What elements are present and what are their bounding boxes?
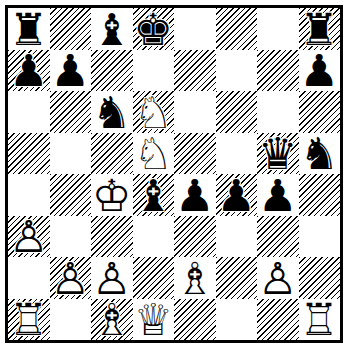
piece-black-pawn-b7: ♟ bbox=[50, 51, 92, 93]
square-g6[interactable] bbox=[257, 91, 299, 133]
piece-black-pawn-f4: ♟ bbox=[216, 175, 258, 217]
piece-white-pawn-g2: ♙ bbox=[257, 258, 299, 300]
piece-black-pawn-g4: ♟ bbox=[257, 175, 299, 217]
chess-board-frame: ♜♜♝♝♚♚♜♜♟♟♟♟♟♟♞♞♞♘♞♘♛♛♞♞♚♔♝♝♟♟♟♟♟♟♟♙♟♙♟♙… bbox=[5, 5, 343, 343]
piece-black-pawn-a7: ♟ bbox=[8, 51, 50, 93]
piece-fill-white-knight-d6: ♞ bbox=[133, 92, 175, 134]
piece-black-knight-h5: ♞ bbox=[299, 134, 341, 176]
square-g8[interactable] bbox=[257, 8, 299, 50]
piece-fill-black-bishop-c8: ♝ bbox=[91, 9, 133, 51]
piece-fill-white-pawn-g2: ♟ bbox=[257, 258, 299, 300]
piece-fill-white-queen-d1: ♛ bbox=[133, 300, 175, 342]
square-f1[interactable] bbox=[216, 299, 258, 341]
square-a5[interactable] bbox=[8, 133, 50, 175]
piece-fill-black-rook-h8: ♜ bbox=[299, 9, 341, 51]
square-a2[interactable] bbox=[8, 257, 50, 299]
piece-black-pawn-h7: ♟ bbox=[299, 51, 341, 93]
square-h2[interactable] bbox=[299, 257, 341, 299]
square-f5[interactable] bbox=[216, 133, 258, 175]
piece-fill-black-knight-h5: ♞ bbox=[299, 134, 341, 176]
piece-fill-black-queen-g5: ♛ bbox=[257, 134, 299, 176]
square-f2[interactable] bbox=[216, 257, 258, 299]
square-a1[interactable]: ♜♖ bbox=[8, 299, 50, 341]
square-d8[interactable]: ♚♚ bbox=[133, 8, 175, 50]
piece-black-rook-h8: ♜ bbox=[299, 9, 341, 51]
square-d7[interactable] bbox=[133, 50, 175, 92]
piece-black-bishop-d4: ♝ bbox=[133, 175, 175, 217]
piece-fill-black-pawn-e4: ♟ bbox=[174, 175, 216, 217]
square-f3[interactable] bbox=[216, 216, 258, 258]
piece-fill-white-bishop-c1: ♝ bbox=[91, 300, 133, 342]
piece-fill-white-bishop-e2: ♝ bbox=[174, 258, 216, 300]
square-b1[interactable] bbox=[50, 299, 92, 341]
square-c1[interactable]: ♝♗ bbox=[91, 299, 133, 341]
piece-fill-black-rook-a8: ♜ bbox=[8, 9, 50, 51]
square-c2[interactable]: ♟♙ bbox=[91, 257, 133, 299]
chess-board: ♜♜♝♝♚♚♜♜♟♟♟♟♟♟♞♞♞♘♞♘♛♛♞♞♚♔♝♝♟♟♟♟♟♟♟♙♟♙♟♙… bbox=[8, 8, 340, 340]
piece-fill-black-pawn-f4: ♟ bbox=[216, 175, 258, 217]
square-h6[interactable] bbox=[299, 91, 341, 133]
square-h3[interactable] bbox=[299, 216, 341, 258]
piece-black-knight-c6: ♞ bbox=[91, 92, 133, 134]
square-a7[interactable]: ♟♟ bbox=[8, 50, 50, 92]
square-f8[interactable] bbox=[216, 8, 258, 50]
square-a6[interactable] bbox=[8, 91, 50, 133]
square-b8[interactable] bbox=[50, 8, 92, 50]
piece-fill-white-king-c4: ♚ bbox=[91, 175, 133, 217]
square-c5[interactable] bbox=[91, 133, 133, 175]
square-d2[interactable] bbox=[133, 257, 175, 299]
square-b4[interactable] bbox=[50, 174, 92, 216]
square-b6[interactable] bbox=[50, 91, 92, 133]
square-c6[interactable]: ♞♞ bbox=[91, 91, 133, 133]
square-c3[interactable] bbox=[91, 216, 133, 258]
square-g4[interactable]: ♟♟ bbox=[257, 174, 299, 216]
square-e5[interactable] bbox=[174, 133, 216, 175]
piece-black-bishop-c8: ♝ bbox=[91, 9, 133, 51]
square-e8[interactable] bbox=[174, 8, 216, 50]
piece-white-rook-h1: ♖ bbox=[299, 300, 341, 342]
square-b7[interactable]: ♟♟ bbox=[50, 50, 92, 92]
square-c8[interactable]: ♝♝ bbox=[91, 8, 133, 50]
square-c7[interactable] bbox=[91, 50, 133, 92]
square-e6[interactable] bbox=[174, 91, 216, 133]
piece-white-pawn-c2: ♙ bbox=[91, 258, 133, 300]
piece-white-bishop-c1: ♗ bbox=[91, 300, 133, 342]
piece-white-rook-a1: ♖ bbox=[8, 300, 50, 342]
piece-white-knight-d6: ♘ bbox=[133, 92, 175, 134]
piece-black-king-d8: ♚ bbox=[133, 9, 175, 51]
square-g7[interactable] bbox=[257, 50, 299, 92]
piece-fill-black-pawn-g4: ♟ bbox=[257, 175, 299, 217]
piece-black-pawn-e4: ♟ bbox=[174, 175, 216, 217]
piece-black-queen-g5: ♛ bbox=[257, 134, 299, 176]
square-e7[interactable] bbox=[174, 50, 216, 92]
square-g2[interactable]: ♟♙ bbox=[257, 257, 299, 299]
square-a3[interactable]: ♟♙ bbox=[8, 216, 50, 258]
square-b2[interactable]: ♟♙ bbox=[50, 257, 92, 299]
square-d3[interactable] bbox=[133, 216, 175, 258]
piece-fill-black-king-d8: ♚ bbox=[133, 9, 175, 51]
piece-white-knight-d5: ♘ bbox=[133, 134, 175, 176]
square-d1[interactable]: ♛♕ bbox=[133, 299, 175, 341]
square-b5[interactable] bbox=[50, 133, 92, 175]
square-g1[interactable] bbox=[257, 299, 299, 341]
square-h1[interactable]: ♜♖ bbox=[299, 299, 341, 341]
square-e2[interactable]: ♝♗ bbox=[174, 257, 216, 299]
square-a8[interactable]: ♜♜ bbox=[8, 8, 50, 50]
square-f6[interactable] bbox=[216, 91, 258, 133]
square-a4[interactable] bbox=[8, 174, 50, 216]
piece-fill-white-rook-h1: ♜ bbox=[299, 300, 341, 342]
piece-white-pawn-a3: ♙ bbox=[8, 217, 50, 259]
square-h8[interactable]: ♜♜ bbox=[299, 8, 341, 50]
square-g3[interactable] bbox=[257, 216, 299, 258]
piece-black-rook-a8: ♜ bbox=[8, 9, 50, 51]
square-f7[interactable] bbox=[216, 50, 258, 92]
square-e3[interactable] bbox=[174, 216, 216, 258]
square-g5[interactable]: ♛♛ bbox=[257, 133, 299, 175]
piece-fill-white-pawn-a3: ♟ bbox=[8, 217, 50, 259]
piece-fill-white-knight-d5: ♞ bbox=[133, 134, 175, 176]
square-d5[interactable]: ♞♘ bbox=[133, 133, 175, 175]
square-f4[interactable]: ♟♟ bbox=[216, 174, 258, 216]
piece-fill-white-pawn-c2: ♟ bbox=[91, 258, 133, 300]
square-h4[interactable] bbox=[299, 174, 341, 216]
square-e4[interactable]: ♟♟ bbox=[174, 174, 216, 216]
piece-fill-white-rook-a1: ♜ bbox=[8, 300, 50, 342]
square-c4[interactable]: ♚♔ bbox=[91, 174, 133, 216]
piece-white-queen-d1: ♕ bbox=[133, 300, 175, 342]
piece-fill-black-bishop-d4: ♝ bbox=[133, 175, 175, 217]
piece-fill-black-knight-c6: ♞ bbox=[91, 92, 133, 134]
piece-white-pawn-b2: ♙ bbox=[50, 258, 92, 300]
piece-fill-black-pawn-h7: ♟ bbox=[299, 51, 341, 93]
square-e1[interactable] bbox=[174, 299, 216, 341]
square-h5[interactable]: ♞♞ bbox=[299, 133, 341, 175]
square-d4[interactable]: ♝♝ bbox=[133, 174, 175, 216]
square-h7[interactable]: ♟♟ bbox=[299, 50, 341, 92]
piece-fill-white-pawn-b2: ♟ bbox=[50, 258, 92, 300]
piece-fill-black-pawn-b7: ♟ bbox=[50, 51, 92, 93]
piece-fill-black-pawn-a7: ♟ bbox=[8, 51, 50, 93]
piece-white-bishop-e2: ♗ bbox=[174, 258, 216, 300]
square-b3[interactable] bbox=[50, 216, 92, 258]
square-d6[interactable]: ♞♘ bbox=[133, 91, 175, 133]
piece-white-king-c4: ♔ bbox=[91, 175, 133, 217]
chess-diagram-page: ♜♜♝♝♚♚♜♜♟♟♟♟♟♟♞♞♞♘♞♘♛♛♞♞♚♔♝♝♟♟♟♟♟♟♟♙♟♙♟♙… bbox=[0, 0, 350, 350]
